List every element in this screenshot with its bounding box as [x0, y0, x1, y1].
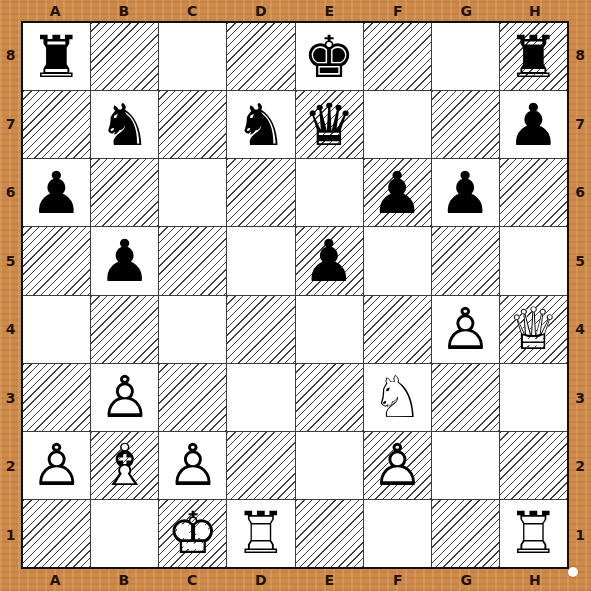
square-f6[interactable]: ♟: [364, 159, 431, 226]
piece-glyph: ♟: [99, 232, 151, 290]
square-f5[interactable]: [364, 227, 431, 294]
square-d6[interactable]: [227, 159, 294, 226]
piece-white-pawn-f2[interactable]: ♟♙: [364, 432, 431, 499]
square-h2[interactable]: [500, 432, 567, 499]
square-f1[interactable]: [364, 500, 431, 567]
chessboard[interactable]: ♜♚♜♞♞♛♟♟♟♟♟♟♟♙♛♕♟♙♞♘♟♙♝♗♟♙♟♙♚♔♜♖♜♖: [21, 21, 569, 569]
rank-label-4: 4: [0, 295, 21, 364]
square-e2[interactable]: [296, 432, 363, 499]
square-e1[interactable]: [296, 500, 363, 567]
file-label-e: E: [295, 0, 364, 21]
square-c7[interactable]: [159, 91, 226, 158]
piece-glyph-outline: ♕: [507, 300, 559, 358]
square-d2[interactable]: [227, 432, 294, 499]
square-f7[interactable]: [364, 91, 431, 158]
square-e3[interactable]: [296, 364, 363, 431]
piece-black-rook-h8[interactable]: ♜: [500, 23, 567, 90]
file-label-g: G: [432, 0, 501, 21]
square-b4[interactable]: [91, 296, 158, 363]
piece-glyph: ♚: [303, 28, 355, 86]
rank-label-6: 6: [569, 158, 591, 227]
rank-label-7: 7: [569, 90, 591, 159]
rank-label-6: 6: [0, 158, 21, 227]
square-e5[interactable]: ♟: [296, 227, 363, 294]
rank-label-7: 7: [0, 90, 21, 159]
piece-white-pawn-c2[interactable]: ♟♙: [159, 432, 226, 499]
piece-black-queen-e7[interactable]: ♛: [296, 91, 363, 158]
piece-glyph-outline: ♙: [371, 436, 423, 494]
white-to-move-indicator-icon: [568, 567, 578, 577]
piece-glyph: ♟: [507, 96, 559, 154]
square-d3[interactable]: [227, 364, 294, 431]
square-c3[interactable]: [159, 364, 226, 431]
rank-label-8: 8: [569, 21, 591, 90]
square-g3[interactable]: [432, 364, 499, 431]
piece-black-king-e8[interactable]: ♚: [296, 23, 363, 90]
square-d7[interactable]: ♞: [227, 91, 294, 158]
chessboard-frame: ABCDEFGH ABCDEFGH 87654321 87654321 ♜♚♜♞…: [0, 0, 591, 591]
file-label-b: B: [90, 569, 159, 591]
rank-label-8: 8: [0, 21, 21, 90]
piece-white-knight-f3[interactable]: ♞♘: [364, 364, 431, 431]
square-h7[interactable]: ♟: [500, 91, 567, 158]
rank-label-2: 2: [0, 432, 21, 501]
piece-white-bishop-b2[interactable]: ♝♗: [91, 432, 158, 499]
file-label-h: H: [501, 569, 570, 591]
square-g7[interactable]: [432, 91, 499, 158]
piece-glyph-outline: ♙: [439, 300, 491, 358]
piece-black-pawn-f6[interactable]: ♟: [364, 159, 431, 226]
rank-label-1: 1: [0, 501, 21, 570]
piece-glyph: ♞: [99, 96, 151, 154]
piece-white-pawn-g4[interactable]: ♟♙: [432, 296, 499, 363]
piece-black-pawn-e5[interactable]: ♟: [296, 227, 363, 294]
square-a8[interactable]: ♜: [23, 23, 90, 90]
piece-glyph-outline: ♖: [507, 504, 559, 562]
piece-black-pawn-a6[interactable]: ♟: [23, 159, 90, 226]
file-label-d: D: [227, 0, 296, 21]
square-e6[interactable]: [296, 159, 363, 226]
square-e7[interactable]: ♛: [296, 91, 363, 158]
piece-black-pawn-b5[interactable]: ♟: [91, 227, 158, 294]
rank-label-4: 4: [569, 295, 591, 364]
square-d4[interactable]: [227, 296, 294, 363]
square-b1[interactable]: [91, 500, 158, 567]
file-labels-top: ABCDEFGH: [21, 0, 569, 21]
file-label-h: H: [501, 0, 570, 21]
rank-label-5: 5: [569, 227, 591, 296]
piece-glyph: ♜: [31, 28, 83, 86]
square-g8[interactable]: [432, 23, 499, 90]
piece-glyph: ♟: [439, 164, 491, 222]
square-c8[interactable]: [159, 23, 226, 90]
square-d5[interactable]: [227, 227, 294, 294]
rank-label-1: 1: [569, 501, 591, 570]
square-d1[interactable]: ♜♖: [227, 500, 294, 567]
piece-white-pawn-b3[interactable]: ♟♙: [91, 364, 158, 431]
piece-glyph-outline: ♙: [99, 368, 151, 426]
square-d8[interactable]: [227, 23, 294, 90]
square-a5[interactable]: [23, 227, 90, 294]
square-a7[interactable]: [23, 91, 90, 158]
square-a6[interactable]: ♟: [23, 159, 90, 226]
square-c1[interactable]: ♚♔: [159, 500, 226, 567]
square-b2[interactable]: ♝♗: [91, 432, 158, 499]
square-e8[interactable]: ♚: [296, 23, 363, 90]
square-b8[interactable]: [91, 23, 158, 90]
piece-black-rook-a8[interactable]: ♜: [23, 23, 90, 90]
piece-glyph-outline: ♙: [167, 436, 219, 494]
square-h6[interactable]: [500, 159, 567, 226]
rank-label-3: 3: [0, 364, 21, 433]
file-labels-bottom: ABCDEFGH: [21, 569, 569, 591]
rank-label-2: 2: [569, 432, 591, 501]
piece-glyph: ♟: [371, 164, 423, 222]
square-a3[interactable]: [23, 364, 90, 431]
square-b6[interactable]: [91, 159, 158, 226]
square-f8[interactable]: [364, 23, 431, 90]
piece-glyph: ♟: [303, 232, 355, 290]
piece-white-king-c1[interactable]: ♚♔: [159, 500, 226, 567]
square-h8[interactable]: ♜: [500, 23, 567, 90]
square-h3[interactable]: [500, 364, 567, 431]
piece-glyph-outline: ♖: [235, 504, 287, 562]
square-f4[interactable]: [364, 296, 431, 363]
piece-black-knight-d7[interactable]: ♞: [227, 91, 294, 158]
file-label-d: D: [227, 569, 296, 591]
square-e4[interactable]: [296, 296, 363, 363]
rank-label-5: 5: [0, 227, 21, 296]
square-f3[interactable]: ♞♘: [364, 364, 431, 431]
square-h1[interactable]: ♜♖: [500, 500, 567, 567]
square-b5[interactable]: ♟: [91, 227, 158, 294]
file-label-f: F: [364, 0, 433, 21]
square-c2[interactable]: ♟♙: [159, 432, 226, 499]
rank-label-3: 3: [569, 364, 591, 433]
piece-glyph: ♟: [31, 164, 83, 222]
file-label-e: E: [295, 569, 364, 591]
square-c4[interactable]: [159, 296, 226, 363]
file-label-b: B: [90, 0, 159, 21]
rank-labels-right: 87654321: [569, 21, 591, 569]
square-b7[interactable]: ♞: [91, 91, 158, 158]
piece-black-knight-b7[interactable]: ♞: [91, 91, 158, 158]
square-b3[interactable]: ♟♙: [91, 364, 158, 431]
square-h5[interactable]: [500, 227, 567, 294]
piece-glyph: ♞: [235, 96, 287, 154]
square-a4[interactable]: [23, 296, 90, 363]
piece-white-rook-d1[interactable]: ♜♖: [227, 500, 294, 567]
piece-glyph-outline: ♙: [31, 436, 83, 494]
piece-glyph: ♛: [303, 96, 355, 154]
file-label-a: A: [21, 569, 90, 591]
piece-glyph: ♜: [507, 28, 559, 86]
piece-white-rook-h1[interactable]: ♜♖: [500, 500, 567, 567]
file-label-c: C: [158, 569, 227, 591]
file-label-c: C: [158, 0, 227, 21]
square-c6[interactable]: [159, 159, 226, 226]
file-label-a: A: [21, 0, 90, 21]
file-label-g: G: [432, 569, 501, 591]
piece-glyph-outline: ♔: [167, 504, 219, 562]
piece-black-pawn-g6[interactable]: ♟: [432, 159, 499, 226]
square-g6[interactable]: ♟: [432, 159, 499, 226]
file-label-f: F: [364, 569, 433, 591]
square-g2[interactable]: [432, 432, 499, 499]
square-f2[interactable]: ♟♙: [364, 432, 431, 499]
square-a1[interactable]: [23, 500, 90, 567]
square-a2[interactable]: ♟♙: [23, 432, 90, 499]
piece-glyph-outline: ♘: [371, 368, 423, 426]
piece-white-pawn-a2[interactable]: ♟♙: [23, 432, 90, 499]
piece-white-queen-h4[interactable]: ♛♕: [500, 296, 567, 363]
piece-black-pawn-h7[interactable]: ♟: [500, 91, 567, 158]
square-g1[interactable]: [432, 500, 499, 567]
rank-labels-left: 87654321: [0, 21, 21, 569]
square-c5[interactable]: [159, 227, 226, 294]
piece-glyph-outline: ♗: [99, 436, 151, 494]
square-g5[interactable]: [432, 227, 499, 294]
square-h4[interactable]: ♛♕: [500, 296, 567, 363]
square-g4[interactable]: ♟♙: [432, 296, 499, 363]
